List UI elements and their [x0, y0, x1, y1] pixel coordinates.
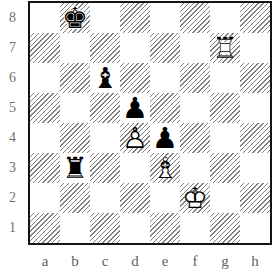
square-f1[interactable]	[180, 213, 210, 243]
file-label-g: g	[210, 250, 240, 272]
square-b3[interactable]: ♜	[60, 153, 90, 183]
square-e2[interactable]	[150, 183, 180, 213]
black-bishop-glyph: ♝	[90, 62, 120, 92]
square-g4[interactable]	[210, 123, 240, 153]
square-f8[interactable]	[180, 3, 210, 33]
square-f4[interactable]	[180, 123, 210, 153]
square-b4[interactable]	[60, 123, 90, 153]
white-rook-fill: ♜	[210, 32, 240, 62]
white-rook-outline: ♖	[210, 32, 240, 62]
file-label-f: f	[180, 250, 210, 272]
square-a2[interactable]	[30, 183, 60, 213]
black-pawn-glyph: ♟	[120, 92, 150, 122]
black-pawn[interactable]: ♟	[150, 123, 180, 153]
square-d2[interactable]	[120, 183, 150, 213]
square-c4[interactable]	[90, 123, 120, 153]
square-f2[interactable]: ♚♔	[180, 183, 210, 213]
white-king[interactable]: ♚♔	[180, 183, 210, 213]
square-e4[interactable]: ♟	[150, 123, 180, 153]
square-a5[interactable]	[30, 93, 60, 123]
rank-label-1: 1	[0, 213, 25, 243]
rank-labels: 87654321	[0, 3, 25, 243]
black-rook-glyph: ♜	[60, 152, 90, 182]
square-g8[interactable]	[210, 3, 240, 33]
square-e1[interactable]	[150, 213, 180, 243]
rank-label-4: 4	[0, 123, 25, 153]
square-b5[interactable]	[60, 93, 90, 123]
square-e7[interactable]	[150, 33, 180, 63]
square-b1[interactable]	[60, 213, 90, 243]
square-d1[interactable]	[120, 213, 150, 243]
square-h1[interactable]	[240, 213, 270, 243]
chess-board: ♚♜♖♝♟♟♙♟♜♝♗♚♔	[28, 1, 272, 245]
square-f5[interactable]	[180, 93, 210, 123]
rank-label-5: 5	[0, 93, 25, 123]
square-a6[interactable]	[30, 63, 60, 93]
square-f3[interactable]	[180, 153, 210, 183]
square-a7[interactable]	[30, 33, 60, 63]
white-pawn[interactable]: ♟♙	[120, 123, 150, 153]
square-h7[interactable]	[240, 33, 270, 63]
black-king[interactable]: ♚	[60, 3, 90, 33]
square-d6[interactable]	[120, 63, 150, 93]
square-a8[interactable]	[30, 3, 60, 33]
square-e6[interactable]	[150, 63, 180, 93]
file-label-d: d	[120, 250, 150, 272]
square-b7[interactable]	[60, 33, 90, 63]
square-g3[interactable]	[210, 153, 240, 183]
square-c5[interactable]	[90, 93, 120, 123]
square-c7[interactable]	[90, 33, 120, 63]
square-h6[interactable]	[240, 63, 270, 93]
square-b8[interactable]: ♚	[60, 3, 90, 33]
white-pawn-outline: ♙	[120, 122, 150, 152]
square-b6[interactable]	[60, 63, 90, 93]
white-bishop[interactable]: ♝♗	[150, 153, 180, 183]
black-king-glyph: ♚	[60, 2, 90, 32]
square-a3[interactable]	[30, 153, 60, 183]
white-pawn-fill: ♟	[120, 122, 150, 152]
square-g5[interactable]	[210, 93, 240, 123]
square-d5[interactable]: ♟	[120, 93, 150, 123]
square-g1[interactable]	[210, 213, 240, 243]
square-h3[interactable]	[240, 153, 270, 183]
black-pawn[interactable]: ♟	[120, 93, 150, 123]
square-d3[interactable]	[120, 153, 150, 183]
square-f7[interactable]	[180, 33, 210, 63]
square-e3[interactable]: ♝♗	[150, 153, 180, 183]
black-bishop[interactable]: ♝	[90, 63, 120, 93]
file-label-a: a	[30, 250, 60, 272]
square-e5[interactable]	[150, 93, 180, 123]
square-c2[interactable]	[90, 183, 120, 213]
white-king-outline: ♔	[180, 182, 210, 212]
square-b2[interactable]	[60, 183, 90, 213]
rank-label-3: 3	[0, 153, 25, 183]
square-h4[interactable]	[240, 123, 270, 153]
square-a1[interactable]	[30, 213, 60, 243]
square-g7[interactable]: ♜♖	[210, 33, 240, 63]
white-rook[interactable]: ♜♖	[210, 33, 240, 63]
file-labels: abcdefgh	[30, 250, 270, 272]
square-d4[interactable]: ♟♙	[120, 123, 150, 153]
white-king-fill: ♚	[180, 182, 210, 212]
black-rook[interactable]: ♜	[60, 153, 90, 183]
rank-label-6: 6	[0, 63, 25, 93]
square-d8[interactable]	[120, 3, 150, 33]
file-label-b: b	[60, 250, 90, 272]
square-c1[interactable]	[90, 213, 120, 243]
square-g2[interactable]	[210, 183, 240, 213]
square-h8[interactable]	[240, 3, 270, 33]
square-c8[interactable]	[90, 3, 120, 33]
white-bishop-outline: ♗	[150, 152, 180, 182]
square-f6[interactable]	[180, 63, 210, 93]
rank-label-7: 7	[0, 33, 25, 63]
rank-label-8: 8	[0, 3, 25, 33]
square-h2[interactable]	[240, 183, 270, 213]
square-h5[interactable]	[240, 93, 270, 123]
file-label-c: c	[90, 250, 120, 272]
square-d7[interactable]	[120, 33, 150, 63]
square-e8[interactable]	[150, 3, 180, 33]
file-label-h: h	[240, 250, 270, 272]
square-c6[interactable]: ♝	[90, 63, 120, 93]
chess-diagram: 87654321 ♚♜♖♝♟♟♙♟♜♝♗♚♔ abcdefgh	[0, 0, 279, 279]
square-c3[interactable]	[90, 153, 120, 183]
square-a4[interactable]	[30, 123, 60, 153]
black-pawn-glyph: ♟	[150, 122, 180, 152]
square-g6[interactable]	[210, 63, 240, 93]
white-bishop-fill: ♝	[150, 152, 180, 182]
rank-label-2: 2	[0, 183, 25, 213]
file-label-e: e	[150, 250, 180, 272]
